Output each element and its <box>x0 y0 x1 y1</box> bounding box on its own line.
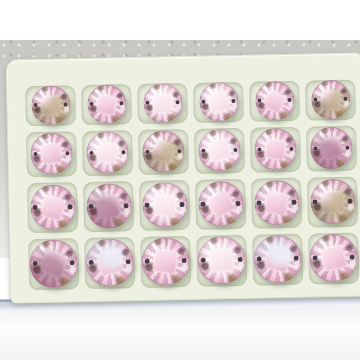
tray-grid <box>25 80 359 291</box>
tray-compartment <box>193 82 244 123</box>
rhinestone <box>309 234 358 283</box>
rhinestone <box>255 81 295 121</box>
rhinestone <box>30 185 76 231</box>
rhinestone <box>253 235 302 284</box>
rhinestone <box>31 86 71 126</box>
rhinestone <box>310 127 353 170</box>
tray-compartment <box>82 130 133 177</box>
tray-compartment <box>139 180 190 230</box>
rhinestone <box>311 80 351 120</box>
tray-compartment <box>195 179 246 229</box>
sew-hole-left-icon <box>313 199 318 204</box>
rhinestone <box>86 131 129 174</box>
tray-compartment <box>307 177 358 227</box>
tray-compartment <box>196 234 247 286</box>
tray-compartment <box>249 81 300 122</box>
tray-compartment <box>27 182 78 232</box>
rhinestone <box>254 128 297 171</box>
table-surface-bottom <box>0 306 360 360</box>
rhinestone <box>142 182 188 228</box>
tray-compartment <box>251 178 302 228</box>
tray-compartment <box>140 235 191 287</box>
sew-hole-left-icon <box>89 260 94 265</box>
sew-hole-left-icon <box>201 202 206 207</box>
tray-compartment <box>138 129 189 176</box>
tray-compartment <box>250 126 301 173</box>
tray-compartment <box>194 127 245 174</box>
tray-compartment <box>81 84 132 125</box>
rhinestone <box>198 129 241 172</box>
rhinestone <box>29 239 78 288</box>
rhinestone <box>87 84 127 124</box>
rhinestone <box>198 181 244 227</box>
rhinestone <box>197 236 246 285</box>
sew-hole-left-icon <box>89 151 93 155</box>
rhinestone <box>85 238 134 287</box>
tray-compartment <box>252 233 303 285</box>
storage-tray <box>6 52 360 303</box>
sew-hole-left-icon <box>201 148 205 152</box>
sew-hole-right-icon <box>236 201 241 206</box>
sew-hole-left-icon <box>33 261 38 266</box>
rhinestone <box>199 82 239 122</box>
rhinestone <box>30 133 73 176</box>
rhinestone <box>143 83 183 123</box>
sew-hole-left-icon <box>257 147 261 151</box>
sew-hole-right-icon <box>180 202 185 207</box>
rhinestone <box>141 237 190 286</box>
sew-hole-right-icon <box>292 200 297 205</box>
tray-compartment <box>84 237 135 289</box>
tray-compartment <box>308 232 359 284</box>
rhinestone <box>142 130 185 173</box>
sew-hole-right-icon <box>348 199 353 204</box>
rhinestone <box>254 180 300 226</box>
sew-hole-left-icon <box>256 257 261 262</box>
tray-compartment <box>26 131 77 178</box>
rhinestone <box>310 179 356 225</box>
sew-hole-right-icon <box>68 204 73 209</box>
tray-compartment <box>25 85 76 126</box>
tray-compartment <box>305 80 356 121</box>
sew-hole-left-icon <box>145 203 150 208</box>
sew-hole-right-icon <box>124 203 129 208</box>
sew-hole-left-icon <box>313 146 317 150</box>
tray-compartment <box>83 181 134 231</box>
sew-hole-left-icon <box>145 150 149 154</box>
tray-compartment <box>137 83 188 124</box>
sew-hole-left-icon <box>312 256 317 261</box>
sew-hole-left-icon <box>89 204 94 209</box>
sew-hole-left-icon <box>144 259 149 264</box>
rhinestone <box>86 183 132 229</box>
sew-hole-left-icon <box>33 152 37 156</box>
sew-hole-left-icon <box>33 205 38 210</box>
tray-compartment <box>306 125 357 172</box>
sew-hole-left-icon <box>200 258 205 263</box>
sew-hole-left-icon <box>257 201 262 206</box>
tray-compartment <box>28 238 79 290</box>
photo-scene <box>0 0 360 360</box>
